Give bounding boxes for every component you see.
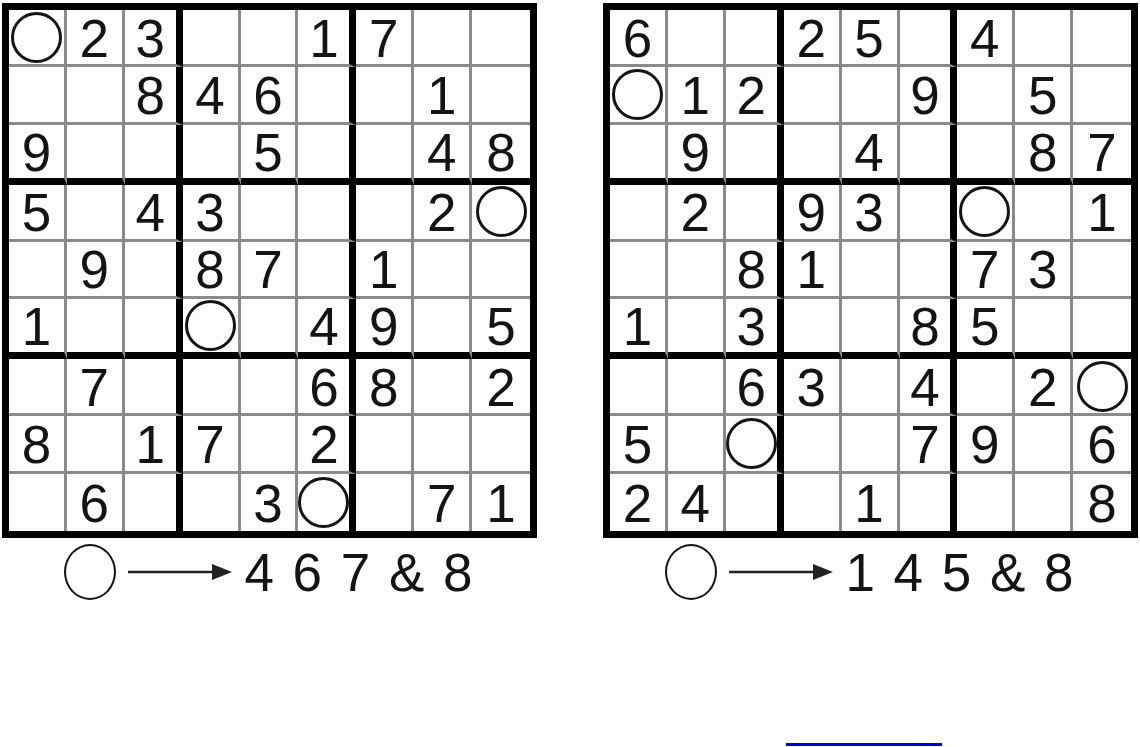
digit: 5 xyxy=(623,418,652,471)
cell-r9c9: 1 xyxy=(472,474,530,531)
cell-r4c7 xyxy=(356,185,414,242)
digit: 7 xyxy=(970,243,999,296)
circle-marker xyxy=(1077,361,1128,412)
cell-r6c3 xyxy=(125,299,183,359)
digit: 1 xyxy=(796,243,825,296)
cell-r6c6: 8 xyxy=(900,299,958,359)
cell-r2c9 xyxy=(472,67,530,124)
digit: 4 xyxy=(854,126,883,179)
cell-r7c7 xyxy=(957,359,1015,416)
digit: 9 xyxy=(796,186,825,239)
cell-r2c7 xyxy=(957,67,1015,124)
cell-r5c1 xyxy=(610,242,668,299)
cell-r1c9 xyxy=(472,10,530,67)
cell-r1c7: 4 xyxy=(957,10,1015,67)
cell-r2c6 xyxy=(298,67,356,124)
cell-r4c9: 1 xyxy=(1073,185,1131,242)
digit: 8 xyxy=(369,361,398,414)
legend-right: 1 4 5 & 8 xyxy=(603,538,1138,606)
cell-r3c9: 7 xyxy=(1073,125,1131,185)
cell-r5c7: 1 xyxy=(356,242,414,299)
circle-marker xyxy=(612,69,663,120)
digit: 2 xyxy=(623,477,652,530)
cell-r4c3 xyxy=(726,185,784,242)
cell-r2c3: 2 xyxy=(726,67,784,124)
digit: 4 xyxy=(195,69,224,122)
digit: 1 xyxy=(623,300,652,353)
cell-r4c2 xyxy=(67,185,125,242)
cell-r4c1: 5 xyxy=(9,185,67,242)
cell-r3c1 xyxy=(610,125,668,185)
cell-r8c5 xyxy=(241,416,299,473)
cell-r5c5: 7 xyxy=(241,242,299,299)
digit: 1 xyxy=(135,418,164,471)
digit: 7 xyxy=(910,418,939,471)
cell-r1c6: 1 xyxy=(298,10,356,67)
cell-r8c8 xyxy=(1015,416,1073,473)
digit: 9 xyxy=(80,243,109,296)
digit: 1 xyxy=(427,69,456,122)
cell-r1c8 xyxy=(1015,10,1073,67)
circle-marker xyxy=(298,477,349,528)
cell-r9c6 xyxy=(298,474,356,531)
cell-r3c1: 9 xyxy=(9,125,67,185)
cell-r6c6: 4 xyxy=(298,299,356,359)
cell-r5c2 xyxy=(668,242,726,299)
cell-r8c4 xyxy=(784,416,842,473)
cell-r2c5: 6 xyxy=(241,67,299,124)
cell-r3c5: 5 xyxy=(241,125,299,185)
cell-r1c4: 2 xyxy=(784,10,842,67)
circle-marker xyxy=(476,186,527,237)
cell-r8c3 xyxy=(726,416,784,473)
sudoku-board-right: 625412959487293181731385634257962418 xyxy=(603,3,1138,538)
cell-r7c2 xyxy=(668,359,726,416)
cell-r4c6 xyxy=(900,185,958,242)
cell-r6c9 xyxy=(1073,299,1131,359)
cell-r5c1 xyxy=(9,242,67,299)
digit: 4 xyxy=(970,12,999,65)
cell-r9c4 xyxy=(784,474,842,531)
digit: 6 xyxy=(253,69,282,122)
cell-r1c2 xyxy=(668,10,726,67)
cell-r3c4 xyxy=(183,125,241,185)
cell-r2c2 xyxy=(67,67,125,124)
cell-r6c7: 5 xyxy=(957,299,1015,359)
cell-r2c4: 4 xyxy=(183,67,241,124)
cell-r2c1 xyxy=(9,67,67,124)
cell-r9c7 xyxy=(957,474,1015,531)
cell-r8c6: 7 xyxy=(900,416,958,473)
cell-r7c4: 3 xyxy=(784,359,842,416)
cell-r5c8: 3 xyxy=(1015,242,1073,299)
digit: 5 xyxy=(253,126,282,179)
digit: 1 xyxy=(309,12,338,65)
cell-r3c2: 9 xyxy=(668,125,726,185)
cell-r6c1: 1 xyxy=(610,299,668,359)
digit: 1 xyxy=(22,300,51,353)
cell-r9c3 xyxy=(726,474,784,531)
legend-values-right: 1 4 5 & 8 xyxy=(845,546,1075,599)
digit: 5 xyxy=(1028,69,1057,122)
cell-r7c9 xyxy=(1073,359,1131,416)
cell-r3c8: 8 xyxy=(1015,125,1073,185)
cell-r3c6 xyxy=(298,125,356,185)
digit: 6 xyxy=(737,361,766,414)
cell-r7c6: 4 xyxy=(900,359,958,416)
cell-r5c6 xyxy=(900,242,958,299)
cell-r6c7: 9 xyxy=(356,299,414,359)
cell-r1c7: 7 xyxy=(356,10,414,67)
digit: 1 xyxy=(369,243,398,296)
cell-r5c3: 8 xyxy=(726,242,784,299)
cell-r7c5 xyxy=(842,359,900,416)
circle-marker-icon xyxy=(665,544,717,600)
cell-r3c8: 4 xyxy=(414,125,472,185)
cell-r9c2: 4 xyxy=(668,474,726,531)
digit: 6 xyxy=(1087,418,1116,471)
arrow-right-icon xyxy=(727,560,835,584)
cell-r3c5: 4 xyxy=(842,125,900,185)
digit: 9 xyxy=(681,126,710,179)
digit: 4 xyxy=(309,300,338,353)
cell-r4c4: 9 xyxy=(784,185,842,242)
digit: 2 xyxy=(309,418,338,471)
digit: 8 xyxy=(737,243,766,296)
cell-r1c5: 5 xyxy=(842,10,900,67)
cell-r4c2: 2 xyxy=(668,185,726,242)
cell-r9c8 xyxy=(1015,474,1073,531)
cell-r4c6 xyxy=(298,185,356,242)
cell-r9c4 xyxy=(183,474,241,531)
cell-r8c4: 7 xyxy=(183,416,241,473)
digit: 7 xyxy=(80,361,109,414)
cell-r8c1: 8 xyxy=(9,416,67,473)
cell-r2c8: 5 xyxy=(1015,67,1073,124)
cell-r1c4 xyxy=(183,10,241,67)
cell-r8c5 xyxy=(842,416,900,473)
cell-r6c2 xyxy=(67,299,125,359)
digit: 7 xyxy=(369,12,398,65)
cell-r2c6: 9 xyxy=(900,67,958,124)
cell-r9c7 xyxy=(356,474,414,531)
circle-marker xyxy=(11,12,62,63)
cell-r1c3: 3 xyxy=(125,10,183,67)
digit: 3 xyxy=(854,186,883,239)
digit: 9 xyxy=(369,300,398,353)
digit: 4 xyxy=(135,186,164,239)
digit: 9 xyxy=(22,126,51,179)
cell-r1c1 xyxy=(9,10,67,67)
digit: 8 xyxy=(910,300,939,353)
circle-marker xyxy=(959,186,1010,237)
cell-r4c7 xyxy=(957,185,1015,242)
cell-r4c8 xyxy=(1015,185,1073,242)
link-underline[interactable] xyxy=(786,743,942,746)
cell-r4c8: 2 xyxy=(414,185,472,242)
cell-r3c9: 8 xyxy=(472,125,530,185)
digit: 2 xyxy=(427,186,456,239)
cell-r3c4 xyxy=(784,125,842,185)
cell-r6c8 xyxy=(414,299,472,359)
cell-r2c8: 1 xyxy=(414,67,472,124)
digit: 8 xyxy=(135,69,164,122)
sudoku-board-left: 231784619548543298711495768281726371 xyxy=(2,3,537,538)
cell-r5c8 xyxy=(414,242,472,299)
cell-r9c9: 8 xyxy=(1073,474,1131,531)
digit: 8 xyxy=(486,126,515,179)
cell-r8c7 xyxy=(356,416,414,473)
legend-left: 4 6 7 & 8 xyxy=(2,538,537,606)
cell-r4c5: 3 xyxy=(842,185,900,242)
digit: 6 xyxy=(309,361,338,414)
cell-r2c5 xyxy=(842,67,900,124)
digit: 7 xyxy=(253,243,282,296)
cell-r2c7 xyxy=(356,67,414,124)
digit: 4 xyxy=(681,477,710,530)
digit: 8 xyxy=(195,243,224,296)
digit: 7 xyxy=(427,477,456,530)
digit: 1 xyxy=(1087,186,1116,239)
cell-r8c2 xyxy=(67,416,125,473)
digit: 4 xyxy=(427,126,456,179)
cell-r7c8 xyxy=(414,359,472,416)
cell-r3c3 xyxy=(125,125,183,185)
cell-r9c6 xyxy=(900,474,958,531)
cell-r5c9 xyxy=(472,242,530,299)
circle-marker xyxy=(726,418,777,469)
digit: 2 xyxy=(486,361,515,414)
cell-r8c7: 9 xyxy=(957,416,1015,473)
cell-r4c3: 4 xyxy=(125,185,183,242)
cell-r6c4 xyxy=(784,299,842,359)
cell-r2c2: 1 xyxy=(668,67,726,124)
cell-r5c5 xyxy=(842,242,900,299)
legend-values-left: 4 6 7 & 8 xyxy=(244,546,474,599)
digit: 1 xyxy=(486,477,515,530)
cell-r3c3 xyxy=(726,125,784,185)
cell-r9c1: 2 xyxy=(610,474,668,531)
digit: 5 xyxy=(970,300,999,353)
cell-r7c6: 6 xyxy=(298,359,356,416)
cell-r1c2: 2 xyxy=(67,10,125,67)
cell-r6c5 xyxy=(241,299,299,359)
cell-r4c5 xyxy=(241,185,299,242)
cell-r8c6: 2 xyxy=(298,416,356,473)
cell-r5c7: 7 xyxy=(957,242,1015,299)
digit: 9 xyxy=(910,69,939,122)
cell-r6c3: 3 xyxy=(726,299,784,359)
circle-marker xyxy=(185,300,236,351)
digit: 5 xyxy=(854,12,883,65)
cell-r3c2 xyxy=(67,125,125,185)
cell-r9c3 xyxy=(125,474,183,531)
cell-r7c9: 2 xyxy=(472,359,530,416)
cell-r9c5: 1 xyxy=(842,474,900,531)
digit: 7 xyxy=(195,418,224,471)
digit: 2 xyxy=(796,12,825,65)
digit: 1 xyxy=(681,69,710,122)
cell-r1c5 xyxy=(241,10,299,67)
cell-r5c9 xyxy=(1073,242,1131,299)
cell-r6c5 xyxy=(842,299,900,359)
cell-r5c4: 8 xyxy=(183,242,241,299)
digit: 6 xyxy=(80,477,109,530)
cell-r2c3: 8 xyxy=(125,67,183,124)
cell-r6c4 xyxy=(183,299,241,359)
cell-r7c4 xyxy=(183,359,241,416)
digit: 7 xyxy=(1087,126,1116,179)
digit: 3 xyxy=(135,12,164,65)
cell-r8c9 xyxy=(472,416,530,473)
cell-r6c1: 1 xyxy=(9,299,67,359)
cell-r8c9: 6 xyxy=(1073,416,1131,473)
cell-r3c7 xyxy=(356,125,414,185)
cell-r4c1 xyxy=(610,185,668,242)
digit: 3 xyxy=(1028,243,1057,296)
cell-r3c7 xyxy=(957,125,1015,185)
cell-r7c8: 2 xyxy=(1015,359,1073,416)
cell-r1c3 xyxy=(726,10,784,67)
cell-r2c9 xyxy=(1073,67,1131,124)
digit: 5 xyxy=(22,186,51,239)
digit: 9 xyxy=(970,418,999,471)
digit: 3 xyxy=(737,300,766,353)
cell-r8c3: 1 xyxy=(125,416,183,473)
cell-r7c3 xyxy=(125,359,183,416)
digit: 2 xyxy=(1028,361,1057,414)
cell-r9c1 xyxy=(9,474,67,531)
digit: 3 xyxy=(195,186,224,239)
cell-r5c6 xyxy=(298,242,356,299)
digit: 4 xyxy=(910,361,939,414)
digit: 2 xyxy=(80,12,109,65)
cell-r1c9 xyxy=(1073,10,1131,67)
digit: 8 xyxy=(1087,477,1116,530)
digit: 2 xyxy=(681,186,710,239)
cell-r2c4 xyxy=(784,67,842,124)
cell-r9c2: 6 xyxy=(67,474,125,531)
cell-r7c1 xyxy=(9,359,67,416)
cell-r6c2 xyxy=(668,299,726,359)
cell-r9c5: 3 xyxy=(241,474,299,531)
digit: 8 xyxy=(22,418,51,471)
cell-r7c1 xyxy=(610,359,668,416)
cell-r5c2: 9 xyxy=(67,242,125,299)
digit: 8 xyxy=(1028,126,1057,179)
cell-r1c8 xyxy=(414,10,472,67)
cell-r1c1: 6 xyxy=(610,10,668,67)
cell-r7c5 xyxy=(241,359,299,416)
digit: 2 xyxy=(737,69,766,122)
digit: 3 xyxy=(253,477,282,530)
cell-r5c4: 1 xyxy=(784,242,842,299)
cell-r6c8 xyxy=(1015,299,1073,359)
cell-r1c6 xyxy=(900,10,958,67)
cell-r3c6 xyxy=(900,125,958,185)
cell-r9c8: 7 xyxy=(414,474,472,531)
cell-r5c3 xyxy=(125,242,183,299)
cell-r4c4: 3 xyxy=(183,185,241,242)
digit: 5 xyxy=(486,300,515,353)
digit: 6 xyxy=(623,12,652,65)
cell-r7c7: 8 xyxy=(356,359,414,416)
cell-r8c8 xyxy=(414,416,472,473)
cell-r7c2: 7 xyxy=(67,359,125,416)
cell-r2c1 xyxy=(610,67,668,124)
cell-r7c3: 6 xyxy=(726,359,784,416)
circle-marker-icon xyxy=(64,544,116,600)
cell-r4c9 xyxy=(472,185,530,242)
cell-r6c9: 5 xyxy=(472,299,530,359)
digit: 3 xyxy=(796,361,825,414)
cell-r8c2 xyxy=(668,416,726,473)
cell-r8c1: 5 xyxy=(610,416,668,473)
arrow-right-icon xyxy=(126,560,234,584)
digit: 1 xyxy=(854,477,883,530)
